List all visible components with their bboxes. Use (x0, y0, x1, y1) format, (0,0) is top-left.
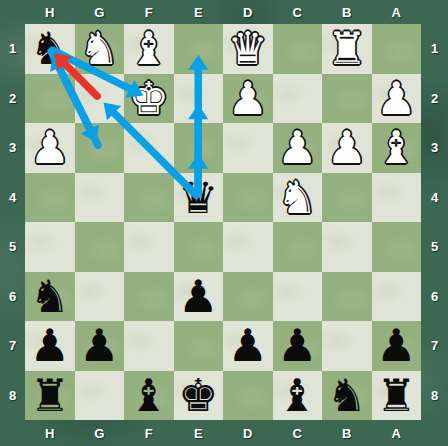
square-g6[interactable] (75, 272, 125, 322)
square-b3[interactable]: ♟ (322, 123, 372, 173)
rank-label-left-3: 3 (0, 123, 25, 173)
square-d3[interactable] (223, 123, 273, 173)
white-rook-b1[interactable]: ♜ (327, 24, 367, 74)
rank-label-right-4: 4 (421, 173, 448, 223)
square-b1[interactable]: ♜ (322, 24, 372, 74)
file-label-bottom-b: B (322, 420, 372, 446)
white-bishop-f1[interactable]: ♝ (129, 24, 169, 74)
rank-label-right-3: 3 (421, 123, 448, 173)
square-f2[interactable]: ♚ (124, 74, 174, 124)
black-rook-h8[interactable]: ♜ (30, 371, 70, 421)
square-e1[interactable] (174, 24, 224, 74)
white-pawn-a2[interactable]: ♟ (376, 74, 416, 124)
white-knight-c4[interactable]: ♞ (277, 173, 317, 223)
black-rook-a8[interactable]: ♜ (376, 371, 416, 421)
file-label-top-h: H (25, 0, 75, 24)
square-g7[interactable]: ♟ (75, 321, 125, 371)
white-pawn-b3[interactable]: ♟ (327, 123, 367, 173)
square-f1[interactable]: ♝ (124, 24, 174, 74)
square-e5[interactable] (174, 222, 224, 272)
chess-board: ♞♞♝♛♜♚♟♟♟♟♟♝♛♞♞♟♟♟♟♟♟♜♝♚♝♞♜ (25, 24, 421, 420)
square-f6[interactable] (124, 272, 174, 322)
square-d2[interactable]: ♟ (223, 74, 273, 124)
black-king-e8[interactable]: ♚ (178, 371, 218, 421)
rank-label-left-4: 4 (0, 173, 25, 223)
black-pawn-e6[interactable]: ♟ (178, 272, 218, 322)
rank-label-left-7: 7 (0, 321, 25, 371)
square-h7[interactable]: ♟ (25, 321, 75, 371)
square-d8[interactable] (223, 371, 273, 421)
square-b4[interactable] (322, 173, 372, 223)
square-c4[interactable]: ♞ (273, 173, 323, 223)
square-f5[interactable] (124, 222, 174, 272)
rank-label-right-6: 6 (421, 272, 448, 322)
square-f4[interactable] (124, 173, 174, 223)
black-pawn-d7[interactable]: ♟ (228, 321, 268, 371)
square-e6[interactable]: ♟ (174, 272, 224, 322)
rank-label-left-5: 5 (0, 222, 25, 272)
square-c2[interactable] (273, 74, 323, 124)
square-e3[interactable] (174, 123, 224, 173)
square-h2[interactable] (25, 74, 75, 124)
file-label-bottom-c: C (273, 420, 323, 446)
square-c5[interactable] (273, 222, 323, 272)
file-label-bottom-e: E (174, 420, 224, 446)
black-pawn-c7[interactable]: ♟ (277, 321, 317, 371)
rank-label-left-1: 1 (0, 24, 25, 74)
chess-analysis-frame: ♞♞♝♛♜♚♟♟♟♟♟♝♛♞♞♟♟♟♟♟♟♜♝♚♝♞♜ HHGGFFEEDDCC… (0, 0, 448, 446)
square-e7[interactable] (174, 321, 224, 371)
square-b7[interactable] (322, 321, 372, 371)
square-g8[interactable] (75, 371, 125, 421)
file-label-bottom-h: H (25, 420, 75, 446)
square-f3[interactable] (124, 123, 174, 173)
square-b2[interactable] (322, 74, 372, 124)
white-king-f2[interactable]: ♚ (129, 74, 169, 124)
rank-label-right-2: 2 (421, 74, 448, 124)
square-c8[interactable]: ♝ (273, 371, 323, 421)
white-pawn-d2[interactable]: ♟ (228, 74, 268, 124)
square-d6[interactable] (223, 272, 273, 322)
square-c6[interactable] (273, 272, 323, 322)
white-knight-g1[interactable]: ♞ (79, 24, 119, 74)
square-c7[interactable]: ♟ (273, 321, 323, 371)
square-f7[interactable] (124, 321, 174, 371)
square-g1[interactable]: ♞ (75, 24, 125, 74)
square-a4[interactable] (372, 173, 422, 223)
black-knight-h6[interactable]: ♞ (30, 272, 70, 322)
file-label-top-d: D (223, 0, 273, 24)
rank-label-right-5: 5 (421, 222, 448, 272)
white-pawn-h3[interactable]: ♟ (30, 123, 70, 173)
file-label-bottom-a: A (372, 420, 422, 446)
square-d7[interactable]: ♟ (223, 321, 273, 371)
square-h1[interactable]: ♞ (25, 24, 75, 74)
square-a2[interactable]: ♟ (372, 74, 422, 124)
square-b6[interactable] (322, 272, 372, 322)
square-d4[interactable] (223, 173, 273, 223)
square-f8[interactable]: ♝ (124, 371, 174, 421)
square-a1[interactable] (372, 24, 422, 74)
square-h6[interactable]: ♞ (25, 272, 75, 322)
rank-label-left-8: 8 (0, 371, 25, 421)
square-h3[interactable]: ♟ (25, 123, 75, 173)
black-knight-h1[interactable]: ♞ (30, 24, 70, 74)
rank-label-right-8: 8 (421, 371, 448, 421)
square-g5[interactable] (75, 222, 125, 272)
square-e4[interactable]: ♛ (174, 173, 224, 223)
file-label-top-c: C (273, 0, 323, 24)
square-a3[interactable]: ♝ (372, 123, 422, 173)
file-label-top-g: G (75, 0, 125, 24)
square-b5[interactable] (322, 222, 372, 272)
square-a8[interactable]: ♜ (372, 371, 422, 421)
white-bishop-a3[interactable]: ♝ (376, 123, 416, 173)
file-label-top-b: B (322, 0, 372, 24)
file-label-top-f: F (124, 0, 174, 24)
black-bishop-c8[interactable]: ♝ (277, 371, 317, 421)
file-label-top-a: A (372, 0, 422, 24)
square-c1[interactable] (273, 24, 323, 74)
square-a7[interactable]: ♟ (372, 321, 422, 371)
black-pawn-a7[interactable]: ♟ (376, 321, 416, 371)
square-b8[interactable]: ♞ (322, 371, 372, 421)
square-e2[interactable] (174, 74, 224, 124)
square-a6[interactable] (372, 272, 422, 322)
square-d5[interactable] (223, 222, 273, 272)
square-e8[interactable]: ♚ (174, 371, 224, 421)
black-queen-e4[interactable]: ♛ (178, 173, 218, 223)
file-label-bottom-g: G (75, 420, 125, 446)
square-h5[interactable] (25, 222, 75, 272)
file-label-top-e: E (174, 0, 224, 24)
file-label-bottom-d: D (223, 420, 273, 446)
square-c3[interactable]: ♟ (273, 123, 323, 173)
square-h4[interactable] (25, 173, 75, 223)
black-pawn-g7[interactable]: ♟ (79, 321, 119, 371)
rank-label-right-1: 1 (421, 24, 448, 74)
black-knight-b8[interactable]: ♞ (327, 371, 367, 421)
black-bishop-f8[interactable]: ♝ (129, 371, 169, 421)
square-g4[interactable] (75, 173, 125, 223)
square-g3[interactable] (75, 123, 125, 173)
rank-label-left-2: 2 (0, 74, 25, 124)
white-queen-d1[interactable]: ♛ (228, 24, 268, 74)
square-h8[interactable]: ♜ (25, 371, 75, 421)
file-label-bottom-f: F (124, 420, 174, 446)
white-pawn-c3[interactable]: ♟ (277, 123, 317, 173)
black-pawn-h7[interactable]: ♟ (30, 321, 70, 371)
square-g2[interactable] (75, 74, 125, 124)
rank-label-right-7: 7 (421, 321, 448, 371)
square-a5[interactable] (372, 222, 422, 272)
rank-label-left-6: 6 (0, 272, 25, 322)
square-d1[interactable]: ♛ (223, 24, 273, 74)
